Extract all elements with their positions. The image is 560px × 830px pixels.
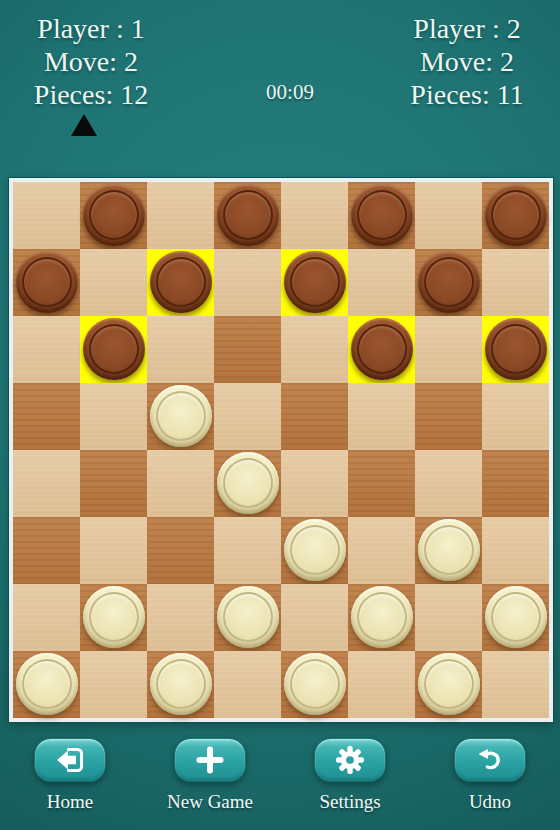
checker-light-piece[interactable] <box>217 586 279 648</box>
undo-button[interactable] <box>454 738 526 782</box>
square-r2-c0[interactable] <box>13 316 80 383</box>
square-r4-c0[interactable] <box>13 450 80 517</box>
checker-dark-piece[interactable] <box>284 251 346 313</box>
square-r6-c7[interactable] <box>482 584 549 651</box>
toolbar: Home New Game <box>0 738 560 813</box>
new-game-button[interactable] <box>174 738 246 782</box>
square-r7-c3[interactable] <box>214 651 281 718</box>
checker-dark-piece[interactable] <box>485 318 547 380</box>
checker-light-piece[interactable] <box>485 586 547 648</box>
square-r3-c4[interactable] <box>281 383 348 450</box>
checker-light-piece[interactable] <box>217 452 279 514</box>
square-r3-c1[interactable] <box>80 383 147 450</box>
square-r5-c3[interactable] <box>214 517 281 584</box>
square-r7-c1[interactable] <box>80 651 147 718</box>
home-button[interactable] <box>34 738 106 782</box>
checker-light-piece[interactable] <box>418 519 480 581</box>
square-r4-c4[interactable] <box>281 450 348 517</box>
undo-arrow-icon <box>476 746 504 774</box>
square-r1-c1[interactable] <box>80 249 147 316</box>
square-r7-c2[interactable] <box>147 651 214 718</box>
square-r0-c2[interactable] <box>147 182 214 249</box>
square-r1-c2[interactable] <box>147 249 214 316</box>
home-exit-icon <box>55 747 85 773</box>
checker-light-piece[interactable] <box>83 586 145 648</box>
settings-button-label: Settings <box>319 791 380 813</box>
checker-light-piece[interactable] <box>150 653 212 715</box>
square-r3-c3[interactable] <box>214 383 281 450</box>
checker-dark-piece[interactable] <box>418 251 480 313</box>
square-r2-c7[interactable] <box>482 316 549 383</box>
square-r5-c0[interactable] <box>13 517 80 584</box>
player2-label: Player : 2 <box>382 12 552 45</box>
square-r2-c3[interactable] <box>214 316 281 383</box>
player1-pieces: Pieces: 12 <box>6 78 176 111</box>
settings-tool: Settings <box>280 738 420 813</box>
checker-light-piece[interactable] <box>284 653 346 715</box>
square-r0-c0[interactable] <box>13 182 80 249</box>
checker-dark-piece[interactable] <box>351 184 413 246</box>
square-r1-c0[interactable] <box>13 249 80 316</box>
square-r5-c7[interactable] <box>482 517 549 584</box>
square-r3-c5[interactable] <box>348 383 415 450</box>
square-r5-c1[interactable] <box>80 517 147 584</box>
square-r7-c7[interactable] <box>482 651 549 718</box>
square-r5-c6[interactable] <box>415 517 482 584</box>
square-r7-c6[interactable] <box>415 651 482 718</box>
undo-tool: Udno <box>420 738 560 813</box>
checker-dark-piece[interactable] <box>16 251 78 313</box>
square-r7-c5[interactable] <box>348 651 415 718</box>
square-r3-c6[interactable] <box>415 383 482 450</box>
square-r0-c4[interactable] <box>281 182 348 249</box>
square-r6-c5[interactable] <box>348 584 415 651</box>
square-r0-c1[interactable] <box>80 182 147 249</box>
checker-light-piece[interactable] <box>284 519 346 581</box>
checkers-board <box>9 178 553 722</box>
checker-light-piece[interactable] <box>16 653 78 715</box>
square-r3-c0[interactable] <box>13 383 80 450</box>
square-r3-c2[interactable] <box>147 383 214 450</box>
turn-indicator-triangle <box>71 114 97 136</box>
square-r2-c4[interactable] <box>281 316 348 383</box>
new-game-button-label: New Game <box>167 791 253 813</box>
player1-label: Player : 1 <box>6 12 176 45</box>
new-game-tool: New Game <box>140 738 280 813</box>
undo-button-label: Udno <box>469 791 511 813</box>
square-r4-c1[interactable] <box>80 450 147 517</box>
game-timer: 00:09 <box>230 80 350 105</box>
plus-icon <box>196 746 224 774</box>
square-r3-c7[interactable] <box>482 383 549 450</box>
checker-light-piece[interactable] <box>150 385 212 447</box>
home-tool: Home <box>0 738 140 813</box>
checker-dark-piece[interactable] <box>485 184 547 246</box>
home-button-label: Home <box>47 791 93 813</box>
square-r0-c6[interactable] <box>415 182 482 249</box>
square-r1-c7[interactable] <box>482 249 549 316</box>
square-r6-c3[interactable] <box>214 584 281 651</box>
player2-move: Move: 2 <box>382 45 552 78</box>
square-r6-c4[interactable] <box>281 584 348 651</box>
square-r2-c6[interactable] <box>415 316 482 383</box>
player2-pieces: Pieces: 11 <box>382 78 552 111</box>
square-r2-c2[interactable] <box>147 316 214 383</box>
square-r1-c4[interactable] <box>281 249 348 316</box>
square-r6-c0[interactable] <box>13 584 80 651</box>
player1-panel: Player : 1 Move: 2 Pieces: 12 <box>6 12 176 111</box>
square-r5-c2[interactable] <box>147 517 214 584</box>
square-r1-c3[interactable] <box>214 249 281 316</box>
square-r5-c4[interactable] <box>281 517 348 584</box>
square-r0-c3[interactable] <box>214 182 281 249</box>
player1-move: Move: 2 <box>6 45 176 78</box>
square-r4-c6[interactable] <box>415 450 482 517</box>
square-r4-c7[interactable] <box>482 450 549 517</box>
square-r1-c6[interactable] <box>415 249 482 316</box>
gear-icon <box>335 745 365 775</box>
square-r6-c6[interactable] <box>415 584 482 651</box>
square-r4-c5[interactable] <box>348 450 415 517</box>
square-r4-c3[interactable] <box>214 450 281 517</box>
checker-dark-piece[interactable] <box>150 251 212 313</box>
square-r0-c7[interactable] <box>482 182 549 249</box>
checker-light-piece[interactable] <box>418 653 480 715</box>
square-r6-c2[interactable] <box>147 584 214 651</box>
checker-dark-piece[interactable] <box>83 318 145 380</box>
checker-light-piece[interactable] <box>351 586 413 648</box>
settings-button[interactable] <box>314 738 386 782</box>
square-r1-c5[interactable] <box>348 249 415 316</box>
square-r6-c1[interactable] <box>80 584 147 651</box>
square-r2-c1[interactable] <box>80 316 147 383</box>
square-r7-c4[interactable] <box>281 651 348 718</box>
square-r7-c0[interactable] <box>13 651 80 718</box>
square-r5-c5[interactable] <box>348 517 415 584</box>
square-r4-c2[interactable] <box>147 450 214 517</box>
square-r0-c5[interactable] <box>348 182 415 249</box>
checker-dark-piece[interactable] <box>351 318 413 380</box>
square-r2-c5[interactable] <box>348 316 415 383</box>
checker-dark-piece[interactable] <box>217 184 279 246</box>
player2-panel: Player : 2 Move: 2 Pieces: 11 <box>382 12 552 111</box>
game-screen: Player : 1 Move: 2 Pieces: 12 00:09 Play… <box>0 0 560 830</box>
checker-dark-piece[interactable] <box>83 184 145 246</box>
